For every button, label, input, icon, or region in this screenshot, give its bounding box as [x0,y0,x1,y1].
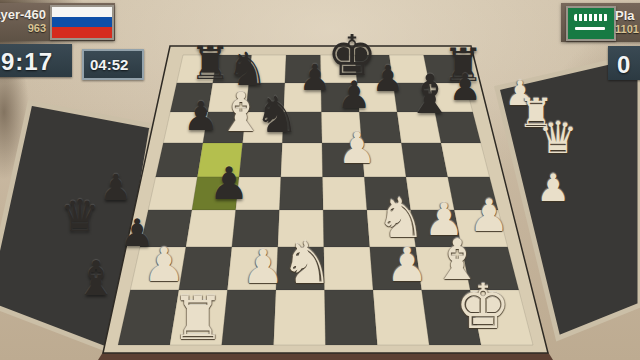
piece-white-B-c6[interactable]: ♝ [217,86,265,140]
piece-black-P-f7[interactable]: ♟ [372,61,404,97]
square-e4[interactable] [323,177,367,210]
square-d1[interactable] [274,290,326,345]
piece-white-P-a2[interactable]: ♟ [143,241,185,288]
piece-white-P-f2[interactable]: ♟ [386,241,428,288]
piece-black-R-a8[interactable]: ♜ [189,40,230,86]
square-d4[interactable] [279,177,323,210]
piece-black-P-d7[interactable]: ♟ [299,60,331,96]
left-player-name: Player-460 [0,7,46,22]
square-h5[interactable] [441,143,489,177]
captured-black-Q: ♛ [60,194,99,238]
piece-white-R-b1[interactable]: ♜ [171,288,225,348]
right-player-rating: 1101 [615,23,639,35]
piece-white-N-d2[interactable]: ♞ [281,234,333,292]
piece-white-P-c2[interactable]: ♟ [242,243,284,290]
square-g5[interactable] [401,143,447,177]
captured-white-Q: ♛ [538,116,577,160]
saudi-arabia-flag-icon [566,6,616,41]
piece-black-P-b4[interactable]: ♟ [209,161,249,206]
right-main-clock: 0 [608,46,640,80]
left-player-rating: 963 [14,22,46,34]
right-main-clock-time: 0 [617,51,631,79]
piece-black-P-e7[interactable]: ♟ [337,76,371,114]
square-f1[interactable] [373,290,429,345]
game-scene: ♟♛♟♝♟♜♛♟♜♞♚♜♟♟♟♟♟♞♝♟♝♟♞♟♟♞♟♝♟♟♜♚ Player-… [0,0,640,360]
piece-black-P-b6[interactable]: ♟ [183,96,219,136]
captured-black-B: ♝ [74,254,117,302]
captured-white-P: ♟ [536,169,570,207]
square-e1[interactable] [325,290,378,345]
left-main-clock-time: 9:17 [1,48,53,76]
saudi-flag-script [574,14,608,21]
square-c1[interactable] [222,290,276,345]
right-player-name: Pla [615,8,635,23]
left-secondary-clock-time: 04:52 [90,56,128,73]
left-secondary-clock: 04:52 [82,49,144,80]
square-a4[interactable] [148,177,197,210]
square-d5[interactable] [281,143,323,177]
russia-flag-icon [50,5,114,40]
left-main-clock: 9:17 [0,44,72,77]
piece-white-K-g1[interactable]: ♚ [455,276,511,338]
square-b3[interactable] [186,210,236,247]
piece-black-B-g6[interactable]: ♝ [406,68,454,122]
piece-white-P-e5[interactable]: ♟ [338,127,377,170]
saudi-flag-sword [575,27,605,30]
captured-black-P: ♟ [100,170,132,206]
square-a5[interactable] [156,143,203,177]
